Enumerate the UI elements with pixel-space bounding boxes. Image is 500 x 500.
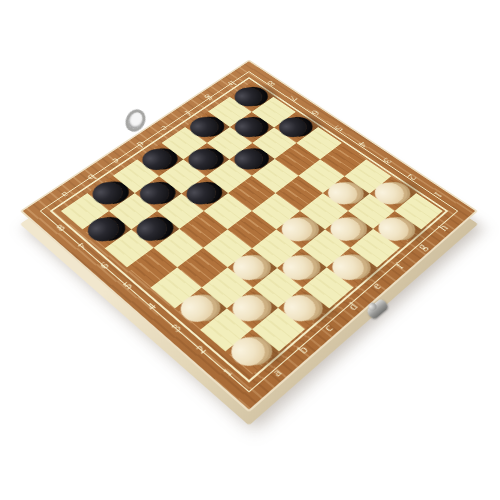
product-photo-canvas: ⛂⛂⛂⛂⛂⛂⛂⛂⛂⛂⛂⛂⛀⛀⛀⛀⛀⛀⛀⛀⛀⛀⛀⛀ aabbccddeeffggh… xyxy=(0,0,500,500)
file-label-bottom-e: e xyxy=(370,280,384,291)
rank-label-left-8: 8 xyxy=(54,223,67,233)
file-label-bottom-b: b xyxy=(296,344,311,356)
game-board: ⛂⛂⛂⛂⛂⛂⛂⛂⛂⛂⛂⛂⛀⛀⛀⛀⛀⛀⛀⛀⛀⛀⛀⛀ aabbccddeeffggh… xyxy=(20,60,478,413)
file-label-bottom-a: a xyxy=(270,366,285,378)
rank-label-left-2: 2 xyxy=(194,344,209,356)
file-label-top-g: g xyxy=(204,94,216,102)
rank-label-left-3: 3 xyxy=(169,322,183,334)
rank-label-right-4: 4 xyxy=(356,140,369,149)
file-label-top-h: h xyxy=(226,79,238,87)
rank-label-right-6: 6 xyxy=(309,109,321,117)
rank-label-left-4: 4 xyxy=(144,301,158,313)
rank-label-right-8: 8 xyxy=(265,79,277,87)
rank-label-right-1: 1 xyxy=(431,190,445,200)
file-label-top-b: b xyxy=(85,173,97,182)
rank-label-right-7: 7 xyxy=(287,94,299,102)
file-label-top-d: d xyxy=(135,140,147,149)
rank-label-left-1: 1 xyxy=(220,366,235,379)
file-label-top-c: c xyxy=(110,156,122,165)
file-label-bottom-g: g xyxy=(415,241,429,252)
file-label-top-f: f xyxy=(182,109,193,117)
file-label-top-a: a xyxy=(59,190,71,199)
file-label-bottom-f: f xyxy=(393,261,406,271)
file-label-bottom-h: h xyxy=(436,223,450,233)
playing-area: ⛂⛂⛂⛂⛂⛂⛂⛂⛂⛂⛂⛂⛀⛀⛀⛀⛀⛀⛀⛀⛀⛀⛀⛀ xyxy=(61,82,443,374)
rank-label-left-7: 7 xyxy=(76,241,89,252)
file-label-top-e: e xyxy=(159,124,171,132)
rank-label-left-6: 6 xyxy=(98,260,111,271)
file-label-bottom-d: d xyxy=(345,301,360,313)
rank-label-left-5: 5 xyxy=(121,280,135,291)
rank-label-right-2: 2 xyxy=(406,173,419,182)
rank-label-right-5: 5 xyxy=(332,124,345,133)
rank-label-right-3: 3 xyxy=(381,156,394,165)
file-label-bottom-c: c xyxy=(321,322,335,334)
